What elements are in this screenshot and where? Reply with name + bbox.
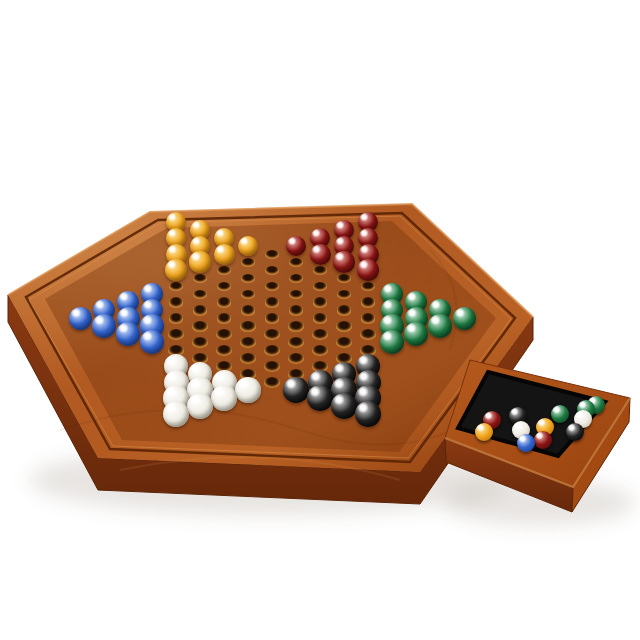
- board-svg: [0, 0, 640, 640]
- marble-drawer[interactable]: [445, 360, 630, 512]
- product-photo: [0, 0, 640, 640]
